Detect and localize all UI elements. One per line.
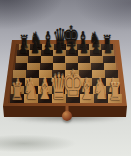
piece-black-pawn-h7[interactable]: ♟: [103, 42, 112, 57]
rank-6: [16, 56, 115, 63]
square-h6[interactable]: [103, 56, 115, 63]
square-c6[interactable]: [41, 56, 53, 63]
piece-black-pawn-d7[interactable]: ♟: [55, 42, 64, 57]
square-h1[interactable]: ♜: [108, 94, 122, 103]
square-e1[interactable]: ♚: [66, 94, 80, 103]
square-a1[interactable]: ♜: [10, 94, 24, 103]
square-h5[interactable]: [104, 63, 117, 70]
piece-black-pawn-e7[interactable]: ♟: [67, 42, 76, 57]
rank-1: ♜♞♝♛♚♝♞♜: [10, 94, 122, 103]
piece-white-rook-h1[interactable]: ♜: [108, 80, 122, 104]
piece-black-pawn-a7[interactable]: ♟: [19, 42, 28, 57]
square-g1[interactable]: ♞: [94, 94, 108, 103]
square-f6[interactable]: [78, 56, 90, 63]
square-b5[interactable]: [27, 63, 40, 70]
square-g5[interactable]: [91, 63, 104, 70]
board-surface: ♜♞♝♛♚♝♞♜♟♟♟♟♟♟♟♟♟♟♟♟♟♟♟♟♜♞♝♛♚♝♞♜: [0, 44, 131, 103]
scene: ♜♞♝♛♚♝♞♜♟♟♟♟♟♟♟♟♟♟♟♟♟♟♟♟♜♞♝♛♚♝♞♜: [0, 0, 131, 156]
piece-black-pawn-b7[interactable]: ♟: [31, 42, 40, 57]
piece-black-pawn-c7[interactable]: ♟: [43, 42, 52, 57]
square-d6[interactable]: [53, 56, 65, 63]
square-b6[interactable]: [28, 56, 40, 63]
box-knob: [61, 106, 73, 123]
piece-white-knight-g1[interactable]: ♞: [92, 76, 108, 104]
piece-black-pawn-g7[interactable]: ♟: [91, 42, 100, 57]
square-g6[interactable]: [90, 56, 102, 63]
piece-white-rook-a1[interactable]: ♜: [10, 80, 24, 104]
square-e6[interactable]: [65, 56, 77, 63]
piece-black-pawn-f7[interactable]: ♟: [79, 42, 88, 57]
square-f1[interactable]: ♝: [80, 94, 94, 103]
square-b1[interactable]: ♞: [24, 94, 38, 103]
square-a5[interactable]: [15, 63, 28, 70]
square-a6[interactable]: [16, 56, 28, 63]
